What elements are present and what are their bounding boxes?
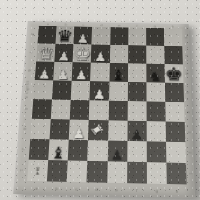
photo-scene: ♛ CHESS 87654321 87654321 abcdefgh abcde… — [0, 0, 200, 200]
square-d8[interactable] — [92, 27, 110, 45]
square-a1[interactable]: ♛♟ — [27, 160, 48, 182]
square-c4[interactable] — [70, 100, 90, 120]
file-labels-bottom: abcdefgh — [26, 182, 187, 197]
square-f5[interactable] — [127, 82, 146, 102]
square-h2[interactable] — [166, 142, 186, 163]
square-g6[interactable]: ♞ — [146, 64, 165, 83]
file-label: e — [110, 23, 128, 28]
file-label: a — [39, 21, 57, 26]
square-h1[interactable] — [166, 163, 186, 185]
file-label: c — [66, 183, 86, 195]
square-b4[interactable] — [51, 100, 71, 120]
square-f4[interactable] — [127, 101, 146, 121]
square-c3[interactable]: ♟ — [69, 120, 89, 141]
square-h6[interactable]: ♚ — [164, 64, 183, 83]
square-h3[interactable] — [166, 122, 186, 143]
square-e1[interactable] — [107, 161, 127, 183]
square-a5[interactable] — [33, 80, 53, 99]
square-f8[interactable] — [128, 28, 146, 46]
square-d1[interactable] — [87, 161, 107, 183]
square-b3[interactable] — [50, 119, 70, 140]
square-b1[interactable] — [47, 160, 68, 182]
square-a4[interactable] — [32, 99, 52, 119]
board-border: ♛ CHESS 87654321 87654321 abcdefgh abcde… — [13, 21, 195, 198]
piece-white-rook-d3[interactable]: ♜ — [88, 122, 106, 138]
square-f6[interactable] — [128, 63, 147, 82]
square-e6[interactable]: ♝ — [109, 63, 128, 82]
file-label: c — [75, 22, 93, 27]
square-c5[interactable] — [71, 81, 91, 100]
square-c7[interactable]: ♚ — [73, 44, 92, 62]
square-e2[interactable]: ♟ — [107, 141, 127, 162]
square-h7[interactable] — [164, 46, 183, 65]
piece-black-queen-b8[interactable]: ♛ — [56, 28, 74, 44]
piece-white-queen-a7[interactable]: ♛ — [37, 46, 55, 63]
square-d6[interactable] — [90, 63, 109, 82]
square-a6[interactable]: ♟ — [35, 61, 55, 80]
square-d7[interactable]: ♟ — [91, 44, 110, 62]
corner-emblem: ♛♟ — [27, 160, 48, 182]
square-g4[interactable] — [146, 101, 165, 121]
rank-label: 8 — [175, 33, 196, 41]
file-label: h — [164, 24, 182, 29]
square-a7[interactable]: ♛ — [36, 43, 55, 61]
square-e3[interactable] — [108, 120, 128, 141]
square-d3[interactable]: ♜ — [88, 120, 108, 141]
square-b2[interactable]: ♝ — [48, 139, 69, 160]
square-b6[interactable]: ♟ — [53, 62, 72, 81]
square-g1[interactable] — [147, 162, 167, 184]
square-b8[interactable]: ♛ — [56, 26, 75, 44]
square-c8[interactable]: ♟ — [74, 26, 93, 44]
square-d4[interactable] — [89, 100, 109, 120]
square-e7[interactable] — [109, 45, 127, 63]
square-g8[interactable] — [146, 28, 164, 46]
file-label: g — [146, 23, 164, 28]
piece-black-bishop-e6[interactable]: ♝ — [111, 68, 126, 83]
square-f2[interactable] — [127, 141, 147, 162]
square-b5[interactable] — [52, 80, 72, 99]
square-d2[interactable] — [88, 140, 108, 161]
file-label: e — [107, 184, 127, 196]
square-f3[interactable]: ♟ — [127, 121, 146, 142]
square-b7[interactable]: ♟ — [54, 44, 73, 62]
file-label: f — [127, 184, 147, 196]
square-g7[interactable] — [146, 46, 164, 64]
square-f7[interactable] — [128, 45, 146, 63]
square-a2[interactable] — [29, 139, 50, 160]
square-g2[interactable] — [146, 141, 166, 162]
file-label: f — [128, 23, 146, 28]
file-label: b — [46, 182, 67, 194]
file-label: b — [57, 22, 75, 27]
file-label: h — [167, 185, 187, 197]
file-label: d — [86, 183, 106, 195]
file-label: d — [92, 22, 110, 27]
square-d5[interactable]: ♟ — [90, 81, 109, 100]
board-grid: ♛♟♛♟♚♟♟♟♟♝♞♚♟♟♜♟♝♟♛♟ — [27, 26, 187, 185]
square-c1[interactable] — [67, 160, 88, 182]
piece-black-bishop-b2[interactable]: ♝ — [50, 145, 67, 162]
square-e8[interactable] — [110, 27, 128, 45]
chess-board: ♛ CHESS 87654321 87654321 abcdefgh abcde… — [13, 21, 195, 198]
rank-label: 8 — [21, 30, 42, 38]
square-a3[interactable] — [30, 119, 51, 140]
square-e5[interactable] — [109, 82, 128, 102]
square-h5[interactable] — [165, 83, 184, 103]
square-g3[interactable] — [146, 121, 166, 142]
square-c2[interactable] — [68, 140, 88, 161]
piece-white-king-c7[interactable]: ♚ — [73, 46, 92, 64]
square-e4[interactable] — [108, 101, 127, 121]
square-g5[interactable] — [146, 82, 165, 102]
file-label: g — [147, 185, 167, 197]
square-c6[interactable]: ♟ — [72, 62, 91, 81]
file-label: a — [26, 182, 47, 194]
square-h4[interactable] — [165, 102, 185, 122]
piece-black-king-h6[interactable]: ♚ — [165, 66, 184, 84]
corner-emblem-glyph: ♟ — [35, 171, 40, 175]
square-f1[interactable] — [127, 162, 147, 184]
